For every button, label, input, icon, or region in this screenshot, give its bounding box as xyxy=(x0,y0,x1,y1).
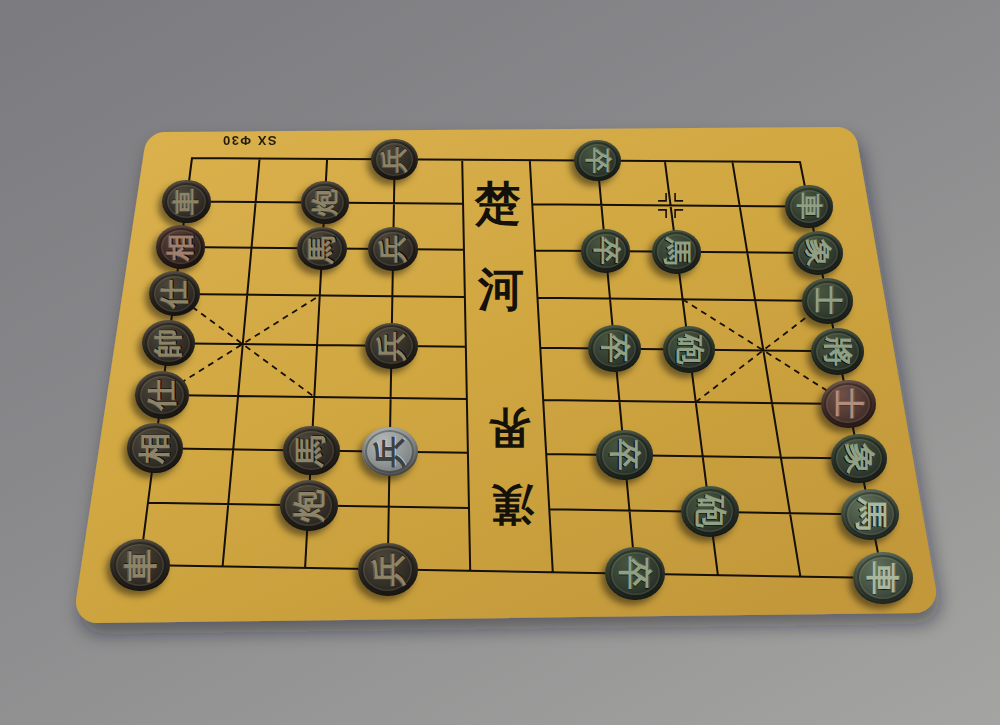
piece-red-soldier[interactable]: 兵 xyxy=(362,427,418,477)
piece-red-horse[interactable]: 馬 xyxy=(297,227,347,271)
piece-black-horse[interactable]: 馬 xyxy=(652,230,702,274)
piece-black-chariot[interactable]: 車 xyxy=(853,552,913,605)
piece-character: 象 xyxy=(796,228,840,278)
piece-character: 車 xyxy=(788,182,831,230)
piece-black-horse[interactable]: 馬 xyxy=(841,489,899,540)
piece-black-soldier[interactable]: 卒 xyxy=(581,229,631,273)
piece-character: 卒 xyxy=(584,226,628,276)
piece-black-general[interactable]: 將 xyxy=(811,328,864,375)
piece-character: 卒 xyxy=(591,322,638,375)
piece-character: 士 xyxy=(824,377,872,432)
piece-black-soldier[interactable]: 卒 xyxy=(588,325,641,372)
piece-character: 仕 xyxy=(138,368,186,423)
piece-black-elephant[interactable]: 象 xyxy=(831,434,887,484)
piece-red-soldier[interactable]: 兵 xyxy=(365,323,418,370)
piece-red-advisor[interactable]: 仕 xyxy=(135,371,190,419)
photo-scene: 楚河漢界 SX Φ30 車相仕帥仕相車炮馬馬炮兵兵兵兵兵卒卒卒卒卒馬砲砲車象士將… xyxy=(0,0,1000,725)
piece-character: 相 xyxy=(130,420,180,476)
piece-character: 卒 xyxy=(577,137,618,184)
piece-black-soldier[interactable]: 卒 xyxy=(574,140,621,181)
piece-black-advisor[interactable]: 士 xyxy=(821,380,876,428)
piece-character: 兵 xyxy=(361,539,414,599)
piece-red-elephant[interactable]: 相 xyxy=(156,225,206,269)
piece-red-chariot[interactable]: 車 xyxy=(162,180,210,223)
piece-character: 將 xyxy=(814,325,861,378)
piece-black-cannon[interactable]: 砲 xyxy=(681,486,739,537)
piece-character: 馬 xyxy=(655,227,699,277)
pieces-layer: 車相仕帥仕相車炮馬馬炮兵兵兵兵兵卒卒卒卒卒馬砲砲車象士將士象馬車 xyxy=(0,0,1000,725)
piece-character: 兵 xyxy=(374,136,415,183)
piece-character: 象 xyxy=(834,430,884,486)
piece-character: 車 xyxy=(857,548,910,608)
piece-character: 兵 xyxy=(365,423,415,479)
piece-character: 兵 xyxy=(368,319,415,372)
piece-black-soldier[interactable]: 卒 xyxy=(596,430,652,480)
piece-character: 仕 xyxy=(152,268,197,319)
piece-character: 卒 xyxy=(600,427,650,483)
piece-black-cannon[interactable]: 砲 xyxy=(663,326,716,373)
piece-character: 卒 xyxy=(609,544,662,604)
piece-red-horse[interactable]: 馬 xyxy=(283,426,339,476)
piece-black-soldier[interactable]: 卒 xyxy=(605,547,665,600)
piece-black-chariot[interactable]: 車 xyxy=(785,185,833,228)
piece-red-soldier[interactable]: 兵 xyxy=(358,543,418,596)
piece-red-cannon[interactable]: 炮 xyxy=(301,181,349,224)
piece-red-elephant[interactable]: 相 xyxy=(127,423,183,473)
piece-character: 兵 xyxy=(371,224,415,274)
piece-character: 車 xyxy=(165,177,208,225)
piece-character: 炮 xyxy=(303,178,346,226)
piece-black-elephant[interactable]: 象 xyxy=(793,231,843,275)
piece-red-general[interactable]: 帥 xyxy=(142,320,195,367)
piece-character: 砲 xyxy=(666,323,713,376)
piece-red-chariot[interactable]: 車 xyxy=(110,539,170,592)
piece-character: 馬 xyxy=(287,422,337,478)
piece-red-soldier[interactable]: 兵 xyxy=(371,139,418,180)
piece-character: 帥 xyxy=(145,317,192,370)
piece-character: 馬 xyxy=(300,224,344,274)
piece-character: 砲 xyxy=(684,483,735,541)
piece-black-advisor[interactable]: 士 xyxy=(802,278,853,323)
piece-character: 炮 xyxy=(283,476,334,534)
piece-red-advisor[interactable]: 仕 xyxy=(149,271,200,316)
piece-character: 士 xyxy=(805,275,850,326)
piece-character: 車 xyxy=(114,535,167,595)
piece-red-soldier[interactable]: 兵 xyxy=(368,227,418,271)
piece-character: 馬 xyxy=(845,485,896,543)
piece-red-cannon[interactable]: 炮 xyxy=(280,480,338,531)
piece-character: 相 xyxy=(159,222,203,272)
